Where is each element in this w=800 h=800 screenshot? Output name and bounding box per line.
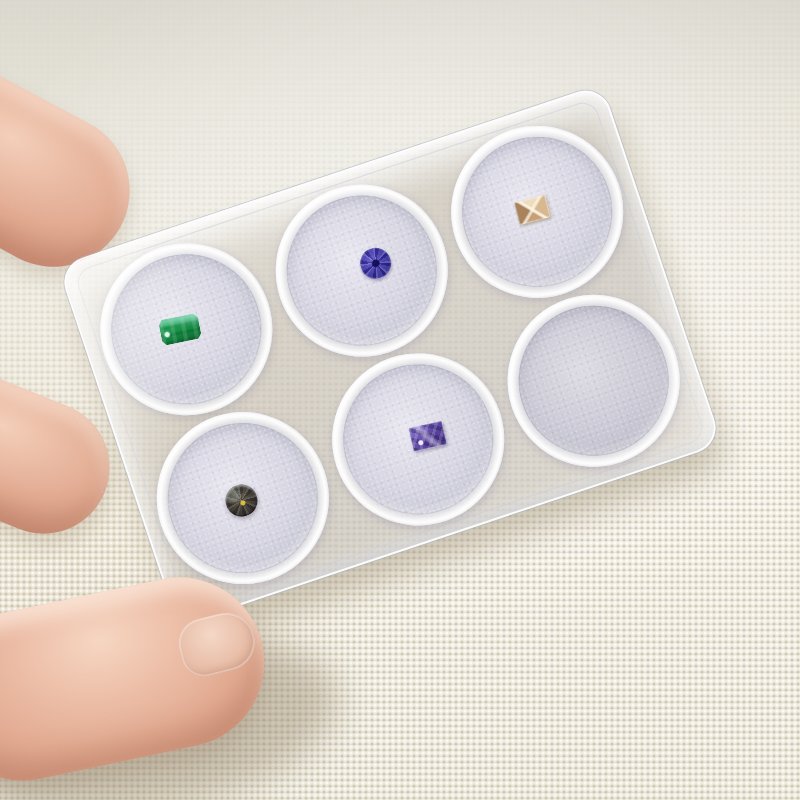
jar-foam-pad: [442, 117, 632, 307]
jar-foam-pad: [148, 403, 338, 593]
gem-green-emerald-cut: [158, 313, 202, 346]
jar-foam-pad: [91, 234, 281, 424]
jar-foam-pad: [499, 286, 689, 476]
gem-jar-bottom-left: [134, 389, 352, 607]
gem-jar-top-left: [77, 220, 295, 438]
jar-foam-pad: [323, 344, 513, 534]
photo-scene: [0, 0, 800, 800]
gem-jar-top-middle: [253, 162, 471, 380]
gem-dark-round: [221, 480, 262, 521]
gem-champagne-princess-cut: [514, 194, 551, 224]
gem-display-box: [58, 84, 723, 626]
gem-blue-round-brilliant: [355, 243, 394, 282]
gem-jar-bottom-middle: [309, 331, 527, 549]
gem-jar-bottom-right-empty: [485, 272, 703, 490]
jar-foam-pad: [267, 176, 457, 366]
thumb-nail: [173, 607, 261, 682]
gem-purple-radiant-cut: [409, 421, 447, 452]
gem-jar-top-right: [428, 103, 646, 321]
